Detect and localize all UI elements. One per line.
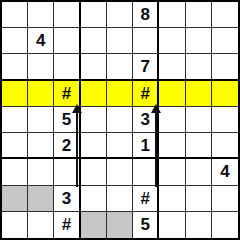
cell-r6c7[interactable] <box>159 133 185 159</box>
cell-r9c8[interactable] <box>186 212 212 238</box>
cell-r4c9[interactable] <box>212 81 238 107</box>
cell-r7c6[interactable] <box>133 159 159 185</box>
cell-r9c3[interactable]: # <box>54 212 80 238</box>
cell-r6c4[interactable] <box>81 133 107 159</box>
cell-r2c5[interactable] <box>107 28 133 54</box>
cell-r8c5[interactable] <box>107 186 133 212</box>
cell-r2c9[interactable] <box>212 28 238 54</box>
cell-r5c6[interactable]: 3 <box>133 107 159 133</box>
cell-r1c8[interactable] <box>186 2 212 28</box>
cell-r2c3[interactable] <box>54 28 80 54</box>
cell-r1c9[interactable] <box>212 2 238 28</box>
cell-r5c5[interactable] <box>107 107 133 133</box>
cell-r3c6[interactable]: 7 <box>133 54 159 80</box>
cell-r5c1[interactable] <box>2 107 28 133</box>
cell-r9c4[interactable] <box>81 212 107 238</box>
cell-r6c6[interactable]: 1 <box>133 133 159 159</box>
cell-r1c2[interactable] <box>28 2 54 28</box>
cell-r8c1[interactable] <box>2 186 28 212</box>
cell-r5c3[interactable]: 5 <box>54 107 80 133</box>
cell-r8c4[interactable] <box>81 186 107 212</box>
cell-r3c7[interactable] <box>159 54 185 80</box>
cell-r1c6[interactable]: 8 <box>133 2 159 28</box>
cell-r4c1[interactable] <box>2 81 28 107</box>
cell-r2c6[interactable] <box>133 28 159 54</box>
cell-r5c4[interactable] <box>81 107 107 133</box>
cell-r9c7[interactable] <box>159 212 185 238</box>
cell-r9c9[interactable] <box>212 212 238 238</box>
cell-r7c5[interactable] <box>107 159 133 185</box>
cell-r8c3[interactable]: 3 <box>54 186 80 212</box>
cell-r1c5[interactable] <box>107 2 133 28</box>
cell-r8c6[interactable]: # <box>133 186 159 212</box>
cell-r6c5[interactable] <box>107 133 133 159</box>
cell-r2c7[interactable] <box>159 28 185 54</box>
cell-r5c7[interactable] <box>159 107 185 133</box>
cell-r9c1[interactable] <box>2 212 28 238</box>
cell-r4c5[interactable] <box>107 81 133 107</box>
cell-r2c8[interactable] <box>186 28 212 54</box>
cell-r2c4[interactable] <box>81 28 107 54</box>
cell-r7c7[interactable] <box>159 159 185 185</box>
cell-r6c8[interactable] <box>186 133 212 159</box>
cell-r8c7[interactable] <box>159 186 185 212</box>
cell-r8c9[interactable] <box>212 186 238 212</box>
cell-r9c6[interactable]: 5 <box>133 212 159 238</box>
cell-r8c8[interactable] <box>186 186 212 212</box>
cell-r3c4[interactable] <box>81 54 107 80</box>
cell-r7c4[interactable] <box>81 159 107 185</box>
cell-r7c2[interactable] <box>28 159 54 185</box>
cell-r4c8[interactable] <box>186 81 212 107</box>
cell-r3c8[interactable] <box>186 54 212 80</box>
cell-r1c3[interactable] <box>54 2 80 28</box>
cell-r6c1[interactable] <box>2 133 28 159</box>
cell-r3c2[interactable] <box>28 54 54 80</box>
cell-r5c2[interactable] <box>28 107 54 133</box>
cell-r7c3[interactable] <box>54 159 80 185</box>
cell-r7c8[interactable] <box>186 159 212 185</box>
cell-r9c5[interactable] <box>107 212 133 238</box>
cell-r1c7[interactable] <box>159 2 185 28</box>
cell-r4c3[interactable]: # <box>54 81 80 107</box>
cell-r2c1[interactable] <box>2 28 28 54</box>
cell-r1c1[interactable] <box>2 2 28 28</box>
cell-r9c2[interactable] <box>28 212 54 238</box>
cell-r8c2[interactable] <box>28 186 54 212</box>
cell-r6c9[interactable] <box>212 133 238 159</box>
sudoku-board: 847##532143##5 <box>0 0 240 240</box>
cell-r4c4[interactable] <box>81 81 107 107</box>
cell-r7c9[interactable]: 4 <box>212 159 238 185</box>
cell-r5c9[interactable] <box>212 107 238 133</box>
cell-r6c2[interactable] <box>28 133 54 159</box>
cell-r4c6[interactable]: # <box>133 81 159 107</box>
cell-r3c5[interactable] <box>107 54 133 80</box>
cell-r4c7[interactable] <box>159 81 185 107</box>
cell-r6c3[interactable]: 2 <box>54 133 80 159</box>
cell-r3c3[interactable] <box>54 54 80 80</box>
cell-r7c1[interactable] <box>2 159 28 185</box>
cell-r3c1[interactable] <box>2 54 28 80</box>
cell-r3c9[interactable] <box>212 54 238 80</box>
cell-r2c2[interactable]: 4 <box>28 28 54 54</box>
cell-r4c2[interactable] <box>28 81 54 107</box>
cell-r5c8[interactable] <box>186 107 212 133</box>
sudoku-grid: 847##532143##5 <box>0 0 240 240</box>
cell-r1c4[interactable] <box>81 2 107 28</box>
